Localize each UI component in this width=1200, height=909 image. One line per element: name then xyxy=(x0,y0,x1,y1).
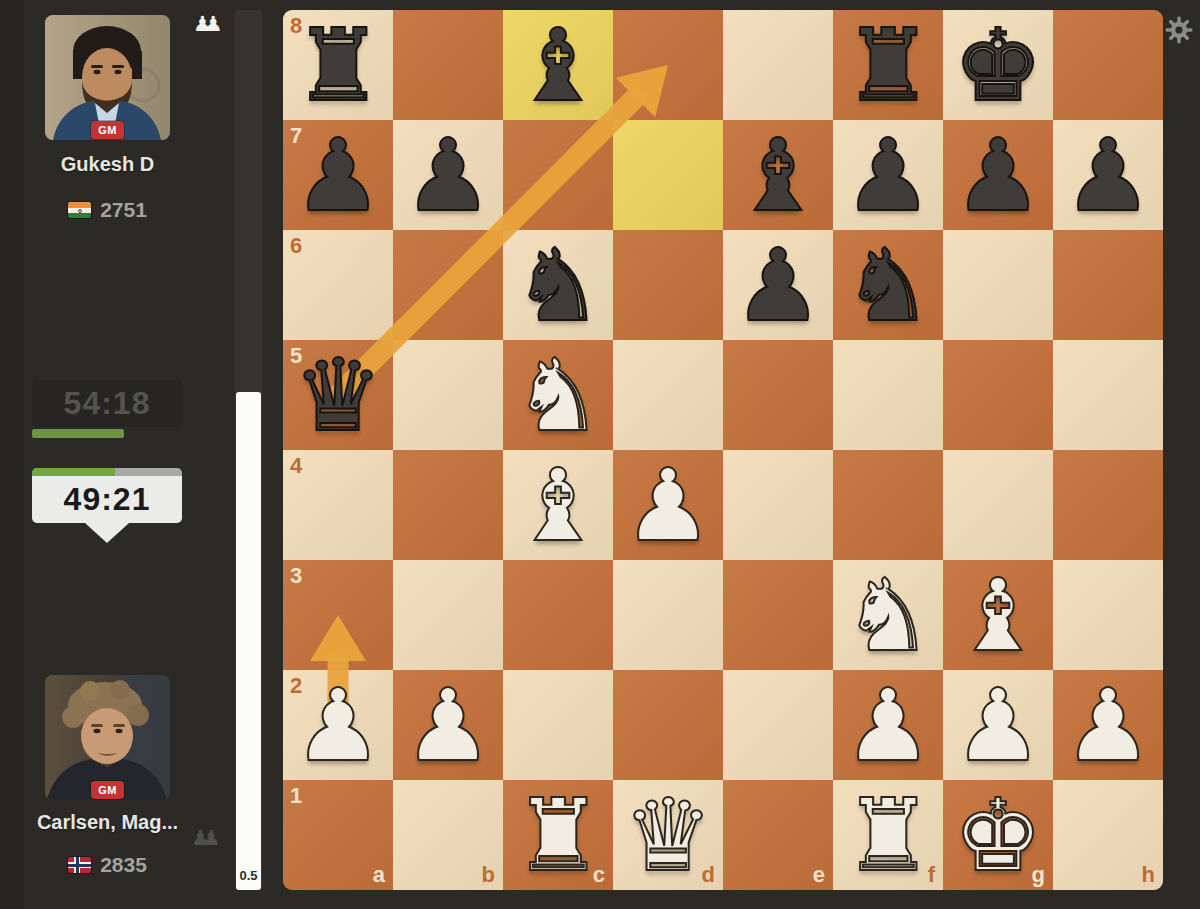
black-pawn-e6[interactable]: ♟ xyxy=(723,230,833,340)
square-h5[interactable] xyxy=(1053,340,1163,450)
clock-white-time: 49:21 xyxy=(32,476,182,523)
clock-black-progress xyxy=(32,429,182,438)
rank-label-6: 6 xyxy=(290,233,302,259)
square-g6[interactable] xyxy=(943,230,1053,340)
white-knight-c5[interactable]: ♞ xyxy=(503,340,613,450)
white-queen-d1[interactable]: ♛ xyxy=(613,780,723,890)
square-b5[interactable] xyxy=(393,340,503,450)
board[interactable]: 87654321abcdefgh♜♝♜♚♟♟♝♟♟♟♞♟♞♛♞♝♟♞♝♟♟♟♟♟… xyxy=(283,10,1163,890)
square-b4[interactable] xyxy=(393,450,503,560)
white-bishop-c4[interactable]: ♝ xyxy=(503,450,613,560)
square-a4[interactable]: 4 xyxy=(283,450,393,560)
multiboard-pawns-icon-top[interactable]: ♟♟ xyxy=(193,12,215,36)
black-rook-a8[interactable]: ♜ xyxy=(283,10,393,120)
square-f4[interactable] xyxy=(833,450,943,560)
player-rating-bottom: 2835 xyxy=(100,853,147,877)
player-rating-row-bottom: 2835 xyxy=(0,853,215,877)
white-pawn-a2[interactable]: ♟ xyxy=(283,670,393,780)
white-knight-f3[interactable]: ♞ xyxy=(833,560,943,670)
square-b1[interactable]: b xyxy=(393,780,503,890)
rank-label-4: 4 xyxy=(290,453,302,479)
black-bishop-c8[interactable]: ♝ xyxy=(503,10,613,120)
square-d3[interactable] xyxy=(613,560,723,670)
clock-black: 54:18 xyxy=(32,380,182,427)
clock-white: 49:21 xyxy=(32,468,182,523)
file-label-e: e xyxy=(813,862,825,888)
norway-flag-icon xyxy=(68,857,91,873)
black-king-g8[interactable]: ♚ xyxy=(943,10,1053,120)
square-a3[interactable]: 3 xyxy=(283,560,393,670)
square-e5[interactable] xyxy=(723,340,833,450)
square-d5[interactable] xyxy=(613,340,723,450)
white-pawn-g2[interactable]: ♟ xyxy=(943,670,1053,780)
clock-white-pointer xyxy=(85,523,129,543)
square-g4[interactable] xyxy=(943,450,1053,560)
square-g5[interactable] xyxy=(943,340,1053,450)
square-c2[interactable] xyxy=(503,670,613,780)
rank-label-3: 3 xyxy=(290,563,302,589)
square-b8[interactable] xyxy=(393,10,503,120)
file-label-a: a xyxy=(373,862,385,888)
player-rating-row-top: 2751 xyxy=(0,198,215,222)
players-sidebar: GM ♟♟ Gukesh D 2751 54:18 49:21 xyxy=(0,0,235,909)
square-a6[interactable]: 6 xyxy=(283,230,393,340)
evaluation-bar-white-section xyxy=(236,392,261,890)
square-f5[interactable] xyxy=(833,340,943,450)
square-e1[interactable]: e xyxy=(723,780,833,890)
gear-icon xyxy=(1165,16,1193,44)
file-label-b: b xyxy=(482,862,495,888)
black-pawn-h7[interactable]: ♟ xyxy=(1053,120,1163,230)
square-h4[interactable] xyxy=(1053,450,1163,560)
multiboard-pawns-icon-bottom[interactable]: ♟♟ xyxy=(191,826,213,850)
white-rook-c1[interactable]: ♜ xyxy=(503,780,613,890)
square-d2[interactable] xyxy=(613,670,723,780)
square-h6[interactable] xyxy=(1053,230,1163,340)
square-b3[interactable] xyxy=(393,560,503,670)
square-e2[interactable] xyxy=(723,670,833,780)
black-pawn-f7[interactable]: ♟ xyxy=(833,120,943,230)
player-rating-top: 2751 xyxy=(100,198,147,222)
square-d7[interactable] xyxy=(613,120,723,230)
square-c7[interactable] xyxy=(503,120,613,230)
evaluation-bar: 0.5 xyxy=(235,10,262,890)
white-pawn-f2[interactable]: ♟ xyxy=(833,670,943,780)
square-e4[interactable] xyxy=(723,450,833,560)
rank-label-1: 1 xyxy=(290,783,302,809)
square-a1[interactable]: 1a xyxy=(283,780,393,890)
square-d8[interactable] xyxy=(613,10,723,120)
player-name-bottom: Carlsen, Mag... xyxy=(0,811,215,834)
square-d6[interactable] xyxy=(613,230,723,340)
square-e3[interactable] xyxy=(723,560,833,670)
square-c3[interactable] xyxy=(503,560,613,670)
player-name-top: Gukesh D xyxy=(0,153,215,176)
square-h8[interactable] xyxy=(1053,10,1163,120)
black-knight-f6[interactable]: ♞ xyxy=(833,230,943,340)
india-flag-icon xyxy=(68,202,91,218)
gm-title-badge-bottom: GM xyxy=(91,781,124,799)
black-queen-a5[interactable]: ♛ xyxy=(283,340,393,450)
gm-title-badge-top: GM xyxy=(91,121,124,139)
clock-white-progress xyxy=(32,468,182,476)
white-pawn-d4[interactable]: ♟ xyxy=(613,450,723,560)
square-h3[interactable] xyxy=(1053,560,1163,670)
black-pawn-g7[interactable]: ♟ xyxy=(943,120,1053,230)
white-king-g1[interactable]: ♚ xyxy=(943,780,1053,890)
square-h1[interactable]: h xyxy=(1053,780,1163,890)
square-b6[interactable] xyxy=(393,230,503,340)
white-pawn-h2[interactable]: ♟ xyxy=(1053,670,1163,780)
white-rook-f1[interactable]: ♜ xyxy=(833,780,943,890)
black-knight-c6[interactable]: ♞ xyxy=(503,230,613,340)
file-label-h: h xyxy=(1142,862,1155,888)
white-pawn-b2[interactable]: ♟ xyxy=(393,670,503,780)
white-bishop-g3[interactable]: ♝ xyxy=(943,560,1053,670)
black-rook-f8[interactable]: ♜ xyxy=(833,10,943,120)
settings-button[interactable] xyxy=(1165,16,1193,44)
black-pawn-b7[interactable]: ♟ xyxy=(393,120,503,230)
evaluation-value: 0.5 xyxy=(235,868,262,883)
square-e8[interactable] xyxy=(723,10,833,120)
black-bishop-e7[interactable]: ♝ xyxy=(723,120,833,230)
black-pawn-a7[interactable]: ♟ xyxy=(283,120,393,230)
